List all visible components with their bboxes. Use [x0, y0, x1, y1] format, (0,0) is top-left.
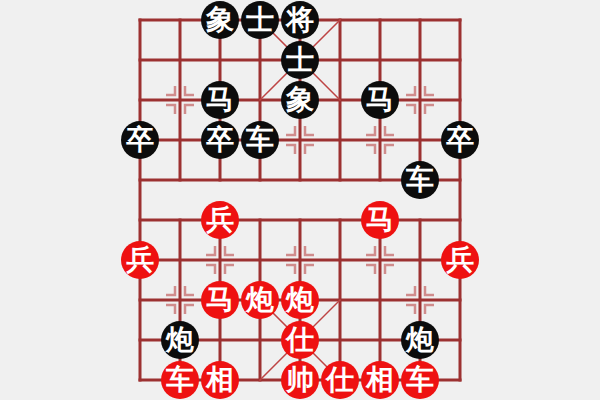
piece-red-king[interactable]: 帅: [281, 361, 319, 399]
piece-black-advisor[interactable]: 士: [241, 1, 279, 39]
piece-black-soldier[interactable]: 卒: [201, 121, 239, 159]
piece-red-horse[interactable]: 马: [201, 281, 239, 319]
piece-black-cannon[interactable]: 炮: [161, 321, 199, 359]
piece-red-cannon[interactable]: 炮: [241, 281, 279, 319]
pieces-layer: 象士将士马象马卒卒车卒车兵马兵兵马炮炮炮仕炮车相帅仕相车: [120, 0, 480, 400]
piece-black-soldier[interactable]: 卒: [121, 121, 159, 159]
piece-red-advisor[interactable]: 仕: [281, 321, 319, 359]
piece-black-king[interactable]: 将: [281, 1, 319, 39]
xiangqi-board: 象士将士马象马卒卒车卒车兵马兵兵马炮炮炮仕炮车相帅仕相车: [0, 0, 600, 400]
piece-black-advisor[interactable]: 士: [281, 41, 319, 79]
piece-red-soldier[interactable]: 兵: [441, 241, 479, 279]
piece-red-chariot[interactable]: 车: [401, 361, 439, 399]
piece-red-elephant[interactable]: 相: [201, 361, 239, 399]
piece-red-chariot[interactable]: 车: [161, 361, 199, 399]
piece-red-horse[interactable]: 马: [361, 201, 399, 239]
piece-red-soldier[interactable]: 兵: [121, 241, 159, 279]
piece-red-soldier[interactable]: 兵: [201, 201, 239, 239]
piece-black-chariot[interactable]: 车: [401, 161, 439, 199]
piece-black-cannon[interactable]: 炮: [401, 321, 439, 359]
piece-black-horse[interactable]: 马: [361, 81, 399, 119]
piece-black-elephant[interactable]: 象: [201, 1, 239, 39]
piece-black-horse[interactable]: 马: [201, 81, 239, 119]
piece-black-elephant[interactable]: 象: [281, 81, 319, 119]
piece-red-elephant[interactable]: 相: [361, 361, 399, 399]
piece-red-cannon[interactable]: 炮: [281, 281, 319, 319]
piece-black-soldier[interactable]: 卒: [441, 121, 479, 159]
piece-black-chariot[interactable]: 车: [241, 121, 279, 159]
piece-red-advisor[interactable]: 仕: [321, 361, 359, 399]
